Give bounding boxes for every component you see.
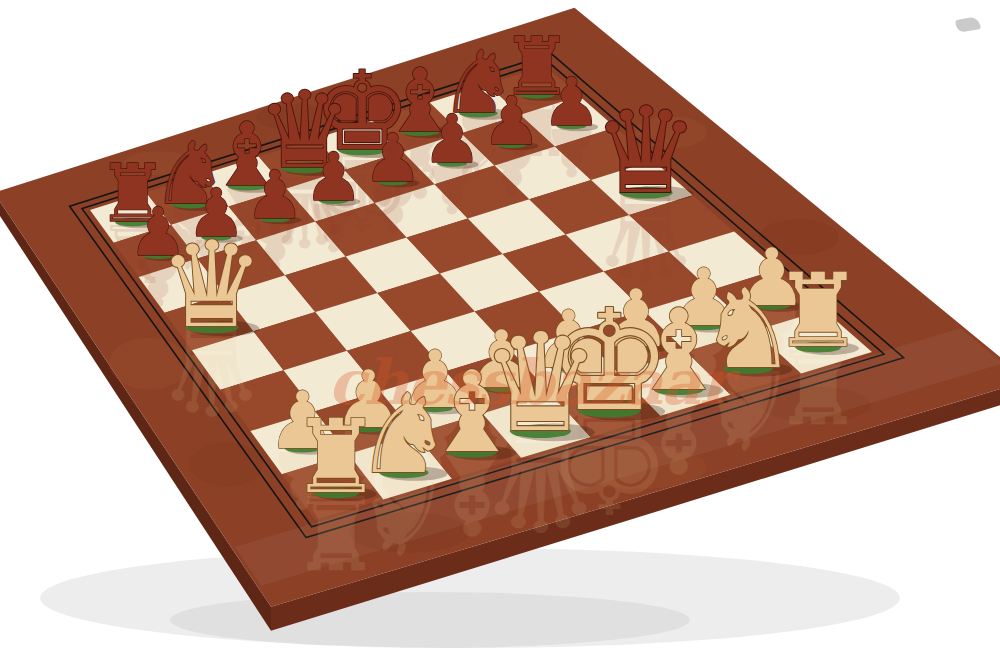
piece-white-queen-a5: ♛ (159, 216, 265, 354)
board-shadow (170, 592, 690, 648)
wood-grain (191, 442, 263, 486)
piece-red-pawn-d7: ♟ (304, 138, 364, 216)
piece-white-rook-a1: ♜ (290, 398, 381, 516)
piece-red-queen-h5: ♛ (593, 82, 699, 220)
product-photo: ♜♜♞♞♟♟♝♝♟♟♚♚♟♟♛♛♟♟♝♝♛♛♟♟♞♞♟♟♜♜♟♟♟♟♟♟♟♟♛♛… (0, 0, 1000, 667)
piece-red-pawn-g7: ♟ (482, 82, 542, 160)
piece-red-pawn-f7: ♟ (422, 100, 482, 178)
chess-board: ♜♜♞♞♟♟♝♝♟♟♚♚♟♟♛♛♟♟♝♝♛♛♟♟♞♞♟♟♜♜♟♟♟♟♟♟♟♟♛♛… (0, 0, 1000, 667)
piece-red-pawn-e7: ♟ (363, 119, 423, 197)
